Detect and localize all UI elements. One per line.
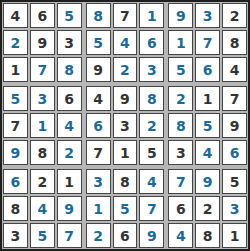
cell-r7c8[interactable]: 9: [195, 169, 220, 194]
block-r1c3: 932178564: [168, 3, 247, 82]
cell-r8c1[interactable]: 8: [3, 196, 28, 221]
cell-r9c4[interactable]: 2: [86, 223, 111, 248]
cell-r9c6[interactable]: 9: [139, 223, 164, 248]
cell-r5c8[interactable]: 5: [195, 113, 220, 138]
cell-r9c3[interactable]: 7: [57, 223, 82, 248]
cell-r1c2[interactable]: 6: [30, 3, 55, 28]
cell-r8c9[interactable]: 3: [222, 196, 247, 221]
cell-r4c7[interactable]: 2: [168, 86, 193, 111]
cell-r5c4[interactable]: 6: [86, 113, 111, 138]
cell-r9c1[interactable]: 3: [3, 223, 28, 248]
cell-r3c2[interactable]: 7: [30, 57, 55, 82]
cell-r6c3[interactable]: 2: [57, 140, 82, 165]
cell-r2c1[interactable]: 2: [3, 30, 28, 55]
cell-r1c7[interactable]: 9: [168, 3, 193, 28]
cell-r3c8[interactable]: 6: [195, 57, 220, 82]
cell-r7c2[interactable]: 2: [30, 169, 55, 194]
cell-r2c2[interactable]: 9: [30, 30, 55, 55]
block-r1c1: 465293178: [3, 3, 82, 82]
cell-r7c6[interactable]: 4: [139, 169, 164, 194]
cell-r8c4[interactable]: 1: [86, 196, 111, 221]
cell-r3c3[interactable]: 8: [57, 57, 82, 82]
cell-r7c7[interactable]: 7: [168, 169, 193, 194]
cell-r4c5[interactable]: 9: [113, 86, 138, 111]
cell-r9c2[interactable]: 5: [30, 223, 55, 248]
cell-r3c7[interactable]: 5: [168, 57, 193, 82]
cell-r5c1[interactable]: 7: [3, 113, 28, 138]
cell-r8c5[interactable]: 5: [113, 196, 138, 221]
cell-r6c2[interactable]: 8: [30, 140, 55, 165]
block-r2c1: 536714982: [3, 86, 82, 165]
cell-r2c4[interactable]: 5: [86, 30, 111, 55]
cell-r3c6[interactable]: 3: [139, 57, 164, 82]
cell-r9c9[interactable]: 1: [222, 223, 247, 248]
cell-r1c3[interactable]: 5: [57, 3, 82, 28]
cell-r8c8[interactable]: 2: [195, 196, 220, 221]
cell-r2c7[interactable]: 1: [168, 30, 193, 55]
cell-r6c7[interactable]: 3: [168, 140, 193, 165]
cell-r8c2[interactable]: 4: [30, 196, 55, 221]
cell-r1c4[interactable]: 8: [86, 3, 111, 28]
cell-r4c4[interactable]: 4: [86, 86, 111, 111]
cell-r9c5[interactable]: 6: [113, 223, 138, 248]
block-r1c2: 871546923: [86, 3, 165, 82]
cell-r5c5[interactable]: 3: [113, 113, 138, 138]
cell-r3c5[interactable]: 2: [113, 57, 138, 82]
cell-r1c9[interactable]: 2: [222, 3, 247, 28]
cell-r6c1[interactable]: 9: [3, 140, 28, 165]
sudoku-board: 4652931788715469239321785645367149824986…: [0, 0, 250, 251]
cell-r5c6[interactable]: 2: [139, 113, 164, 138]
cell-r3c4[interactable]: 9: [86, 57, 111, 82]
block-r3c3: 795623481: [168, 169, 247, 248]
cell-r2c9[interactable]: 8: [222, 30, 247, 55]
block-r2c3: 217859346: [168, 86, 247, 165]
cell-r3c9[interactable]: 4: [222, 57, 247, 82]
cell-r5c9[interactable]: 9: [222, 113, 247, 138]
cell-r6c4[interactable]: 7: [86, 140, 111, 165]
cell-r4c9[interactable]: 7: [222, 86, 247, 111]
cell-r2c3[interactable]: 3: [57, 30, 82, 55]
cell-r6c6[interactable]: 5: [139, 140, 164, 165]
cell-r4c1[interactable]: 5: [3, 86, 28, 111]
cell-r3c1[interactable]: 1: [3, 57, 28, 82]
cell-r9c7[interactable]: 4: [168, 223, 193, 248]
cell-r9c8[interactable]: 8: [195, 223, 220, 248]
cell-r5c3[interactable]: 4: [57, 113, 82, 138]
cell-r2c8[interactable]: 7: [195, 30, 220, 55]
cell-r7c3[interactable]: 1: [57, 169, 82, 194]
cell-r2c6[interactable]: 6: [139, 30, 164, 55]
cell-r4c3[interactable]: 6: [57, 86, 82, 111]
cell-r4c8[interactable]: 1: [195, 86, 220, 111]
cell-r7c4[interactable]: 3: [86, 169, 111, 194]
cell-r7c1[interactable]: 6: [3, 169, 28, 194]
cell-r1c5[interactable]: 7: [113, 3, 138, 28]
cell-r1c1[interactable]: 4: [3, 3, 28, 28]
block-r2c2: 498632715: [86, 86, 165, 165]
cell-r8c7[interactable]: 6: [168, 196, 193, 221]
block-r3c2: 384157269: [86, 169, 165, 248]
cell-r1c8[interactable]: 3: [195, 3, 220, 28]
cell-r5c7[interactable]: 8: [168, 113, 193, 138]
cell-r8c3[interactable]: 9: [57, 196, 82, 221]
cell-r6c8[interactable]: 4: [195, 140, 220, 165]
cell-r5c2[interactable]: 1: [30, 113, 55, 138]
cell-r4c6[interactable]: 8: [139, 86, 164, 111]
cell-r8c6[interactable]: 7: [139, 196, 164, 221]
cell-r4c2[interactable]: 3: [30, 86, 55, 111]
cell-r2c5[interactable]: 4: [113, 30, 138, 55]
block-r3c1: 621849357: [3, 169, 82, 248]
cell-r1c6[interactable]: 1: [139, 3, 164, 28]
cell-r6c5[interactable]: 1: [113, 140, 138, 165]
cell-r7c9[interactable]: 5: [222, 169, 247, 194]
cell-r6c9[interactable]: 6: [222, 140, 247, 165]
cell-r7c5[interactable]: 8: [113, 169, 138, 194]
